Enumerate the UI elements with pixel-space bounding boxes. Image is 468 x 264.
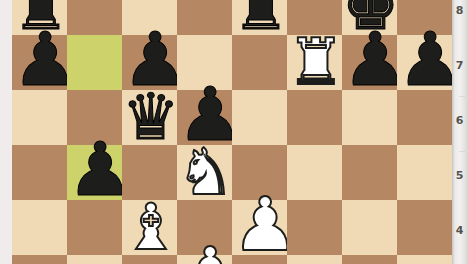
black-pawn-d6[interactable]: ♟: [177, 87, 232, 142]
scrollbar[interactable]: 87654: [452, 0, 468, 264]
square-a7[interactable]: ♟: [12, 35, 67, 90]
square-g7[interactable]: ♟: [342, 35, 397, 90]
white-rook-f7[interactable]: ♜: [287, 35, 342, 90]
square-b4[interactable]: [67, 200, 122, 255]
square-a6[interactable]: [12, 90, 67, 145]
square-b7[interactable]: [67, 35, 122, 90]
square-f4[interactable]: [287, 200, 342, 255]
black-pawn-c7[interactable]: ♟: [122, 32, 177, 87]
square-g4[interactable]: [342, 200, 397, 255]
square-a5[interactable]: [12, 145, 67, 200]
square-b5[interactable]: ♟: [67, 145, 122, 200]
square-d5[interactable]: ♞: [177, 145, 232, 200]
square-h4[interactable]: [397, 200, 452, 255]
square-h6[interactable]: [397, 90, 452, 145]
square-c3[interactable]: [122, 255, 177, 264]
chess-board-viewport: ♜♜♚♟♟♜♟♟♛♟♟♞♝♟♟ 87654: [0, 0, 468, 264]
square-f3[interactable]: [287, 255, 342, 264]
square-g3[interactable]: [342, 255, 397, 264]
square-h5[interactable]: [397, 145, 452, 200]
square-a3[interactable]: [12, 255, 67, 264]
white-knight-d5[interactable]: ♞: [177, 145, 232, 200]
gutter-divider: [459, 96, 468, 97]
rank-label-8: 8: [452, 4, 467, 17]
square-f6[interactable]: [287, 90, 342, 145]
black-pawn-a7[interactable]: ♟: [12, 32, 67, 87]
square-e6[interactable]: [232, 90, 287, 145]
black-pawn-h7[interactable]: ♟: [397, 32, 452, 87]
square-c4[interactable]: ♝: [122, 200, 177, 255]
square-d3[interactable]: ♟: [177, 255, 232, 264]
rank-label-5: 5: [452, 169, 467, 182]
black-pawn-b5[interactable]: ♟: [67, 142, 122, 197]
page-background-left: [0, 0, 12, 264]
white-pawn-d3[interactable]: ♟: [177, 247, 232, 264]
white-bishop-c4[interactable]: ♝: [122, 200, 177, 255]
square-h3[interactable]: [397, 255, 452, 264]
rank-label-6: 6: [452, 114, 467, 127]
square-e3[interactable]: [232, 255, 287, 264]
square-g6[interactable]: [342, 90, 397, 145]
black-pawn-g7[interactable]: ♟: [342, 32, 397, 87]
gutter-divider: [459, 151, 468, 152]
square-e8[interactable]: ♜: [232, 0, 287, 35]
rank-label-4: 4: [452, 224, 467, 237]
chess-board[interactable]: ♜♜♚♟♟♜♟♟♛♟♟♞♝♟♟: [12, 0, 452, 264]
square-b3[interactable]: [67, 255, 122, 264]
black-rook-e8[interactable]: ♜: [232, 0, 287, 35]
square-g5[interactable]: [342, 145, 397, 200]
square-h7[interactable]: ♟: [397, 35, 452, 90]
square-a4[interactable]: [12, 200, 67, 255]
rank-label-7: 7: [452, 59, 467, 72]
square-f7[interactable]: ♜: [287, 35, 342, 90]
